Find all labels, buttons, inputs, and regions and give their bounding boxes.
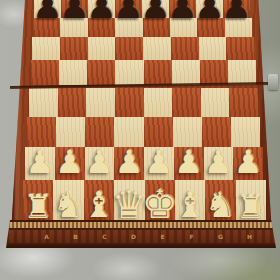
- piece-white-knight-g1: ♞: [205, 188, 236, 223]
- piece-white-pawn-g2: ♟: [204, 146, 233, 178]
- piece-white-knight-b1: ♞: [53, 188, 84, 223]
- file-labels: ABCDEFGH: [32, 234, 264, 240]
- square-f6: [171, 37, 199, 60]
- square-c4: [86, 88, 115, 117]
- file-label-h: H: [235, 234, 264, 240]
- piece-white-pawn-d2: ♟: [115, 146, 144, 178]
- square-h4: [229, 88, 258, 117]
- square-d5: [115, 60, 143, 85]
- chess-set-photo: ABCDEFGH ♟♟♟♟♟♟♟♟♟♟♟♟♟♟♟♟♜♞♝♛♚♝♞♜: [0, 0, 280, 280]
- square-b4: [58, 88, 87, 117]
- edge-bottom-lip: [6, 243, 276, 248]
- piece-white-pawn-c2: ♟: [85, 146, 114, 178]
- rank-5: [31, 60, 256, 85]
- edge-label-strip: ABCDEFGH: [6, 230, 276, 243]
- square-d4: [115, 88, 144, 117]
- piece-black-pawn-c8: ♟: [86, 0, 116, 23]
- piece-black-pawn-e8: ♟: [140, 0, 170, 23]
- square-a4: [29, 88, 58, 117]
- piece-white-pawn-h2: ♟: [234, 146, 263, 178]
- piece-black-pawn-d8: ♟: [113, 0, 143, 23]
- piece-white-pawn-f2: ♟: [174, 146, 203, 178]
- square-g5: [200, 60, 228, 85]
- piece-white-rook-h1: ♜: [236, 190, 266, 223]
- square-e6: [143, 37, 171, 60]
- piece-black-pawn-g8: ♟: [194, 0, 224, 23]
- file-label-f: F: [177, 234, 206, 240]
- square-g6: [199, 37, 227, 60]
- file-label-g: G: [206, 234, 235, 240]
- square-f5: [172, 60, 200, 85]
- piece-black-pawn-h8: ♟: [221, 0, 251, 23]
- rank-4: [29, 88, 258, 117]
- square-f4: [172, 88, 201, 117]
- square-b5: [59, 60, 87, 85]
- file-label-e: E: [148, 234, 177, 240]
- file-label-d: D: [119, 234, 148, 240]
- piece-black-pawn-b8: ♟: [59, 0, 89, 23]
- square-g4: [201, 88, 230, 117]
- file-label-c: C: [90, 234, 119, 240]
- square-c5: [87, 60, 115, 85]
- piece-white-king-e1: ♚: [142, 184, 178, 224]
- square-a6: [32, 37, 60, 60]
- square-e5: [144, 60, 172, 85]
- square-b6: [60, 37, 88, 60]
- piece-white-pawn-b2: ♟: [55, 146, 84, 178]
- piece-white-pawn-e2: ♟: [145, 146, 174, 178]
- piece-black-pawn-f8: ♟: [167, 0, 197, 23]
- rank-6: [32, 37, 254, 60]
- piece-white-rook-a1: ♜: [23, 190, 53, 223]
- square-c6: [88, 37, 116, 60]
- file-label-b: B: [61, 234, 90, 240]
- square-d6: [115, 37, 143, 60]
- piece-white-bishop-f1: ♝: [174, 187, 206, 223]
- piece-black-pawn-a8: ♟: [32, 0, 62, 23]
- piece-white-pawn-a2: ♟: [26, 146, 55, 178]
- board-clasp: [268, 74, 278, 90]
- piece-white-bishop-c1: ♝: [83, 187, 115, 223]
- square-e4: [144, 88, 173, 117]
- square-h6: [226, 37, 254, 60]
- square-a5: [31, 60, 59, 85]
- file-label-a: A: [32, 234, 61, 240]
